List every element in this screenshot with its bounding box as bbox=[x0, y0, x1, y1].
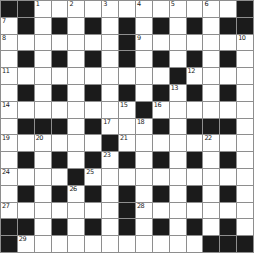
cell-r4c5[interactable] bbox=[85, 68, 101, 84]
cell-r4c7[interactable] bbox=[119, 68, 135, 84]
cell-r6c6[interactable] bbox=[102, 102, 118, 118]
clue-number: 5 bbox=[171, 1, 175, 8]
black-cell bbox=[1, 1, 17, 17]
cell-r11c14[interactable] bbox=[237, 186, 253, 202]
cell-r5c0[interactable] bbox=[1, 85, 17, 101]
cell-r14c5[interactable] bbox=[85, 236, 101, 252]
cell-r0c12[interactable]: 6 bbox=[203, 1, 219, 17]
cell-r3c4[interactable] bbox=[68, 51, 84, 67]
clue-number: 16 bbox=[154, 102, 161, 109]
cell-r1c12[interactable] bbox=[203, 18, 219, 34]
clue-number: 3 bbox=[103, 1, 107, 8]
black-cell bbox=[18, 219, 34, 235]
cell-r4c2[interactable] bbox=[35, 68, 51, 84]
cell-r5c14[interactable] bbox=[237, 85, 253, 101]
clue-number: 21 bbox=[120, 135, 127, 142]
cell-r2c1[interactable] bbox=[18, 35, 34, 51]
cell-r10c13[interactable] bbox=[220, 169, 236, 185]
clue-number: 22 bbox=[204, 135, 211, 142]
cell-r14c9[interactable] bbox=[153, 236, 169, 252]
black-cell bbox=[18, 1, 34, 17]
cell-r5c2[interactable] bbox=[35, 85, 51, 101]
cell-r14c2[interactable] bbox=[35, 236, 51, 252]
black-cell bbox=[52, 186, 68, 202]
cell-r8c8[interactable] bbox=[136, 135, 152, 151]
cell-r8c1[interactable] bbox=[18, 135, 34, 151]
cell-r2c14[interactable]: 10 bbox=[237, 35, 253, 51]
cell-r4c11[interactable]: 12 bbox=[187, 68, 203, 84]
cell-r12c1[interactable] bbox=[18, 203, 34, 219]
clue-number: 11 bbox=[2, 68, 9, 75]
cell-r7c14[interactable] bbox=[237, 119, 253, 135]
cell-r2c9[interactable] bbox=[153, 35, 169, 51]
black-cell bbox=[102, 135, 118, 151]
black-cell bbox=[153, 18, 169, 34]
cell-r7c0[interactable] bbox=[1, 119, 17, 135]
cell-r12c14[interactable] bbox=[237, 203, 253, 219]
cell-r12c6[interactable] bbox=[102, 203, 118, 219]
cell-r11c8[interactable] bbox=[136, 186, 152, 202]
cell-r8c14[interactable] bbox=[237, 135, 253, 151]
black-cell bbox=[18, 119, 34, 135]
cell-r9c14[interactable] bbox=[237, 152, 253, 168]
cell-r10c11[interactable] bbox=[187, 169, 203, 185]
clue-number: 15 bbox=[120, 102, 127, 109]
cell-r14c3[interactable] bbox=[52, 236, 68, 252]
clue-number: 20 bbox=[36, 135, 43, 142]
cell-r4c9[interactable] bbox=[153, 68, 169, 84]
cell-r14c8[interactable] bbox=[136, 236, 152, 252]
clue-number: 2 bbox=[69, 1, 73, 8]
cell-r1c2[interactable] bbox=[35, 18, 51, 34]
cell-r4c4[interactable] bbox=[68, 68, 84, 84]
black-cell bbox=[187, 219, 203, 235]
cell-r13c14[interactable] bbox=[237, 219, 253, 235]
black-cell bbox=[170, 68, 186, 84]
cell-r9c2[interactable] bbox=[35, 152, 51, 168]
cell-r12c4[interactable] bbox=[68, 203, 84, 219]
cell-r8c10[interactable] bbox=[170, 135, 186, 151]
cell-r2c3[interactable] bbox=[52, 35, 68, 51]
black-cell bbox=[237, 18, 253, 34]
cell-r3c12[interactable] bbox=[203, 51, 219, 67]
black-cell bbox=[220, 85, 236, 101]
cell-r12c0[interactable]: 27 bbox=[1, 203, 17, 219]
black-cell bbox=[187, 152, 203, 168]
black-cell bbox=[52, 18, 68, 34]
cell-r11c2[interactable] bbox=[35, 186, 51, 202]
cell-r14c1[interactable]: 29 bbox=[18, 236, 34, 252]
black-cell bbox=[52, 219, 68, 235]
cell-r8c3[interactable] bbox=[52, 135, 68, 151]
cell-r4c3[interactable] bbox=[52, 68, 68, 84]
cell-r4c0[interactable]: 11 bbox=[1, 68, 17, 84]
cell-r6c2[interactable] bbox=[35, 102, 51, 118]
cell-r10c14[interactable] bbox=[237, 169, 253, 185]
cell-r0c4[interactable]: 2 bbox=[68, 1, 84, 17]
black-cell bbox=[237, 1, 253, 17]
cell-r11c10[interactable] bbox=[170, 186, 186, 202]
clue-number: 14 bbox=[2, 102, 9, 109]
cell-r5c12[interactable] bbox=[203, 85, 219, 101]
black-cell bbox=[119, 51, 135, 67]
cell-r7c10[interactable] bbox=[170, 119, 186, 135]
black-cell bbox=[52, 85, 68, 101]
black-cell bbox=[220, 152, 236, 168]
black-cell bbox=[85, 51, 101, 67]
black-cell bbox=[18, 18, 34, 34]
cell-r0c6[interactable]: 3 bbox=[102, 1, 118, 17]
clue-number: 27 bbox=[2, 203, 9, 210]
cell-r6c5[interactable] bbox=[85, 102, 101, 118]
cell-r5c8[interactable] bbox=[136, 85, 152, 101]
cell-r8c9[interactable] bbox=[153, 135, 169, 151]
cell-r9c8[interactable] bbox=[136, 152, 152, 168]
cell-r4c8[interactable] bbox=[136, 68, 152, 84]
cell-r2c8[interactable]: 9 bbox=[136, 35, 152, 51]
black-cell bbox=[85, 85, 101, 101]
black-cell bbox=[136, 102, 152, 118]
cell-r8c12[interactable]: 22 bbox=[203, 135, 219, 151]
cell-r10c1[interactable] bbox=[18, 169, 34, 185]
black-cell bbox=[220, 18, 236, 34]
cell-r1c0[interactable]: 7 bbox=[1, 18, 17, 34]
cell-r2c4[interactable] bbox=[68, 35, 84, 51]
cell-r0c9[interactable] bbox=[153, 1, 169, 17]
black-cell bbox=[18, 186, 34, 202]
cell-r10c9[interactable] bbox=[153, 169, 169, 185]
black-cell bbox=[119, 85, 135, 101]
clue-number: 26 bbox=[69, 186, 76, 193]
cell-r14c7[interactable] bbox=[119, 236, 135, 252]
cell-r2c12[interactable] bbox=[203, 35, 219, 51]
cell-r12c5[interactable] bbox=[85, 203, 101, 219]
cell-r3c6[interactable] bbox=[102, 51, 118, 67]
cell-r4c1[interactable] bbox=[18, 68, 34, 84]
cell-r10c10[interactable] bbox=[170, 169, 186, 185]
cell-r6c3[interactable] bbox=[52, 102, 68, 118]
clue-number: 18 bbox=[137, 119, 144, 126]
black-cell bbox=[203, 236, 219, 252]
black-cell bbox=[52, 51, 68, 67]
cell-r3c10[interactable] bbox=[170, 51, 186, 67]
cell-r5c6[interactable] bbox=[102, 85, 118, 101]
cell-r13c2[interactable] bbox=[35, 219, 51, 235]
black-cell bbox=[119, 18, 135, 34]
black-cell bbox=[85, 219, 101, 235]
clue-number: 9 bbox=[137, 35, 141, 42]
cell-r7c7[interactable] bbox=[119, 119, 135, 135]
cell-r2c11[interactable] bbox=[187, 35, 203, 51]
cell-r0c5[interactable] bbox=[85, 1, 101, 17]
cell-r1c8[interactable] bbox=[136, 18, 152, 34]
clue-number: 19 bbox=[2, 135, 9, 142]
clue-number: 23 bbox=[103, 152, 110, 159]
cell-r12c9[interactable] bbox=[153, 203, 169, 219]
black-cell bbox=[153, 152, 169, 168]
black-cell bbox=[85, 119, 101, 135]
cell-r0c10[interactable]: 5 bbox=[170, 1, 186, 17]
cell-r11c12[interactable] bbox=[203, 186, 219, 202]
cell-r6c7[interactable]: 15 bbox=[119, 102, 135, 118]
cell-r10c7[interactable] bbox=[119, 169, 135, 185]
cell-r14c6[interactable] bbox=[102, 236, 118, 252]
cell-r3c14[interactable] bbox=[237, 51, 253, 67]
black-cell bbox=[1, 219, 17, 235]
cell-r11c6[interactable] bbox=[102, 186, 118, 202]
clue-number: 17 bbox=[103, 119, 110, 126]
cell-r9c0[interactable] bbox=[1, 152, 17, 168]
black-cell bbox=[220, 51, 236, 67]
cell-r10c6[interactable] bbox=[102, 169, 118, 185]
cell-r8c5[interactable] bbox=[85, 135, 101, 151]
cell-r7c8[interactable]: 18 bbox=[136, 119, 152, 135]
black-cell bbox=[220, 219, 236, 235]
black-cell bbox=[35, 119, 51, 135]
crossword-page: 1234567891011121314151617181920212223242… bbox=[0, 0, 254, 253]
black-cell bbox=[220, 186, 236, 202]
black-cell bbox=[68, 169, 84, 185]
cell-r4c14[interactable] bbox=[237, 68, 253, 84]
cell-r1c6[interactable] bbox=[102, 18, 118, 34]
cell-r5c4[interactable] bbox=[68, 85, 84, 101]
cell-r3c8[interactable] bbox=[136, 51, 152, 67]
cell-r0c13[interactable] bbox=[220, 1, 236, 17]
cell-r10c0[interactable]: 24 bbox=[1, 169, 17, 185]
cell-r1c10[interactable] bbox=[170, 18, 186, 34]
cell-r1c4[interactable] bbox=[68, 18, 84, 34]
black-cell bbox=[153, 119, 169, 135]
cell-r8c11[interactable] bbox=[187, 135, 203, 151]
black-cell bbox=[119, 219, 135, 235]
cell-r9c6[interactable]: 23 bbox=[102, 152, 118, 168]
cell-r2c2[interactable] bbox=[35, 35, 51, 51]
cell-r6c4[interactable] bbox=[68, 102, 84, 118]
black-cell bbox=[187, 51, 203, 67]
cell-r6c14[interactable] bbox=[237, 102, 253, 118]
clue-number: 28 bbox=[137, 203, 144, 210]
cell-r8c4[interactable] bbox=[68, 135, 84, 151]
cell-r4c6[interactable] bbox=[102, 68, 118, 84]
cell-r12c12[interactable] bbox=[203, 203, 219, 219]
cell-r2c6[interactable] bbox=[102, 35, 118, 51]
cell-r13c6[interactable] bbox=[102, 219, 118, 235]
clue-number: 29 bbox=[19, 236, 26, 243]
black-cell bbox=[85, 152, 101, 168]
cell-r8c13[interactable] bbox=[220, 135, 236, 151]
black-cell bbox=[85, 186, 101, 202]
cell-r12c10[interactable] bbox=[170, 203, 186, 219]
black-cell bbox=[119, 35, 135, 51]
black-cell bbox=[18, 85, 34, 101]
cell-r10c3[interactable] bbox=[52, 169, 68, 185]
clue-number: 25 bbox=[86, 169, 93, 176]
cell-r10c8[interactable] bbox=[136, 169, 152, 185]
clue-number: 7 bbox=[2, 18, 6, 25]
black-cell bbox=[1, 236, 17, 252]
cell-r8c0[interactable]: 19 bbox=[1, 135, 17, 151]
black-cell bbox=[187, 18, 203, 34]
black-cell bbox=[153, 219, 169, 235]
cell-r6c9[interactable]: 16 bbox=[153, 102, 169, 118]
clue-number: 4 bbox=[137, 1, 141, 8]
black-cell bbox=[119, 186, 135, 202]
cell-r12c8[interactable]: 28 bbox=[136, 203, 152, 219]
black-cell bbox=[119, 203, 135, 219]
black-cell bbox=[153, 85, 169, 101]
clue-number: 8 bbox=[2, 35, 6, 42]
cell-r10c5[interactable]: 25 bbox=[85, 169, 101, 185]
clue-number: 12 bbox=[188, 68, 195, 75]
cell-r4c13[interactable] bbox=[220, 68, 236, 84]
cell-r9c12[interactable] bbox=[203, 152, 219, 168]
cell-r9c10[interactable] bbox=[170, 152, 186, 168]
cell-r13c10[interactable] bbox=[170, 219, 186, 235]
cell-r9c4[interactable] bbox=[68, 152, 84, 168]
black-cell bbox=[18, 152, 34, 168]
black-cell bbox=[52, 152, 68, 168]
cell-r8c7[interactable]: 21 bbox=[119, 135, 135, 151]
cell-r0c8[interactable]: 4 bbox=[136, 1, 152, 17]
cell-r12c3[interactable] bbox=[52, 203, 68, 219]
clue-number: 1 bbox=[36, 1, 40, 8]
clue-number: 10 bbox=[238, 35, 245, 42]
cell-r12c13[interactable] bbox=[220, 203, 236, 219]
cell-r2c5[interactable] bbox=[85, 35, 101, 51]
black-cell bbox=[237, 236, 253, 252]
black-cell bbox=[18, 51, 34, 67]
clue-number: 24 bbox=[2, 169, 9, 176]
cell-r11c4[interactable]: 26 bbox=[68, 186, 84, 202]
cell-r0c7[interactable] bbox=[119, 1, 135, 17]
black-cell bbox=[52, 119, 68, 135]
cell-r13c8[interactable] bbox=[136, 219, 152, 235]
cell-r2c0[interactable]: 8 bbox=[1, 35, 17, 51]
black-cell bbox=[220, 119, 236, 135]
cell-r6c10[interactable] bbox=[170, 102, 186, 118]
black-cell bbox=[187, 186, 203, 202]
cell-r7c6[interactable]: 17 bbox=[102, 119, 118, 135]
clue-number: 6 bbox=[204, 1, 208, 8]
clue-number: 13 bbox=[171, 85, 178, 92]
cell-r10c2[interactable] bbox=[35, 169, 51, 185]
cell-r13c4[interactable] bbox=[68, 219, 84, 235]
black-cell bbox=[85, 18, 101, 34]
black-cell bbox=[153, 186, 169, 202]
cell-r0c3[interactable] bbox=[52, 1, 68, 17]
cell-r14c11[interactable] bbox=[187, 236, 203, 252]
cell-r3c2[interactable] bbox=[35, 51, 51, 67]
black-cell bbox=[187, 85, 203, 101]
cell-r4c12[interactable] bbox=[203, 68, 219, 84]
cell-r2c10[interactable] bbox=[170, 35, 186, 51]
cell-r14c4[interactable] bbox=[68, 236, 84, 252]
cell-r2c13[interactable] bbox=[220, 35, 236, 51]
cell-r6c1[interactable] bbox=[18, 102, 34, 118]
cell-r3c0[interactable] bbox=[1, 51, 17, 67]
cell-r12c11[interactable] bbox=[187, 203, 203, 219]
cell-r0c2[interactable]: 1 bbox=[35, 1, 51, 17]
cell-r14c10[interactable] bbox=[170, 236, 186, 252]
black-cell bbox=[203, 119, 219, 135]
cell-r6c11[interactable] bbox=[187, 102, 203, 118]
cell-r7c4[interactable] bbox=[68, 119, 84, 135]
cell-r6c0[interactable]: 14 bbox=[1, 102, 17, 118]
cell-r6c13[interactable] bbox=[220, 102, 236, 118]
cell-r13c12[interactable] bbox=[203, 219, 219, 235]
cell-r10c12[interactable] bbox=[203, 169, 219, 185]
black-cell bbox=[153, 51, 169, 67]
cell-r0c11[interactable] bbox=[187, 1, 203, 17]
cell-r11c0[interactable] bbox=[1, 186, 17, 202]
black-cell bbox=[187, 119, 203, 135]
crossword-grid: 1234567891011121314151617181920212223242… bbox=[0, 0, 254, 253]
black-cell bbox=[220, 236, 236, 252]
cell-r12c2[interactable] bbox=[35, 203, 51, 219]
cell-r8c2[interactable]: 20 bbox=[35, 135, 51, 151]
black-cell bbox=[119, 152, 135, 168]
cell-r5c10[interactable]: 13 bbox=[170, 85, 186, 101]
cell-r6c12[interactable] bbox=[203, 102, 219, 118]
